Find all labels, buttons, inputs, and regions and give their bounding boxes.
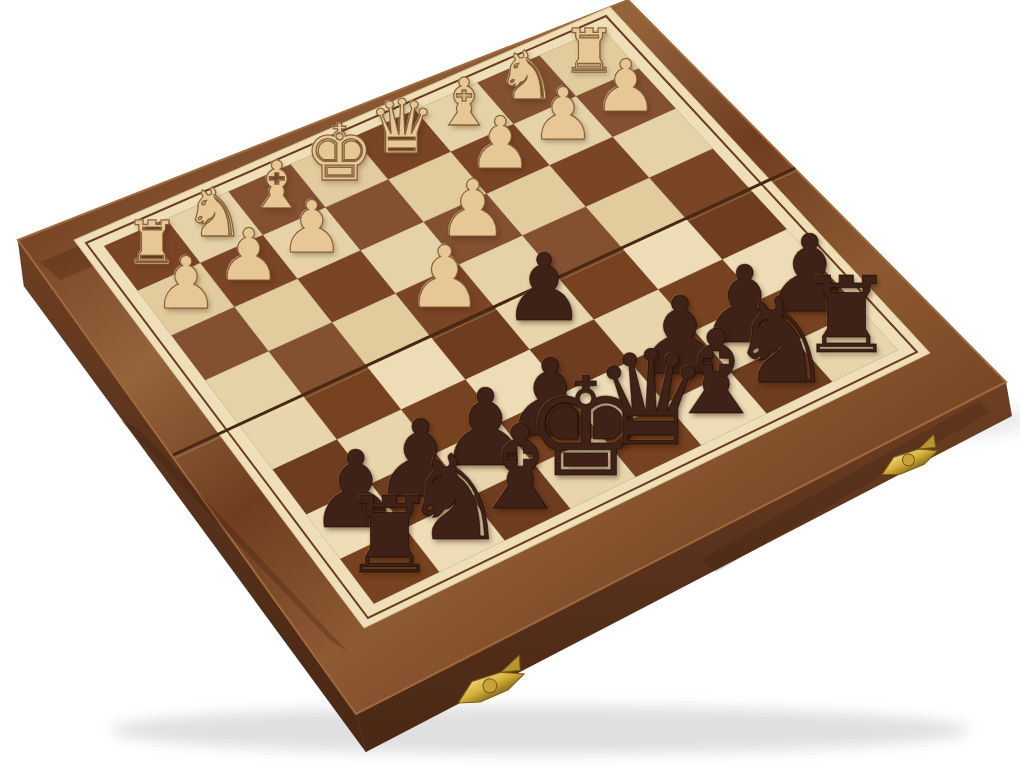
- piece-white-pawn-e4[interactable]: ♟: [402, 235, 488, 321]
- piece-black-pawn-d5[interactable]: ♟: [498, 242, 591, 335]
- piece-black-rook-a8[interactable]: ♜: [794, 263, 899, 368]
- piece-white-pawn-a2[interactable]: ♟: [590, 50, 662, 122]
- piece-white-pawn-f2[interactable]: ♟: [276, 191, 348, 263]
- piece-white-pawn-h2[interactable]: ♟: [150, 247, 222, 319]
- piece-white-pawn-b2[interactable]: ♟: [527, 78, 599, 150]
- piece-white-queen-d1[interactable]: ♛: [364, 90, 439, 165]
- chess-set-photo: ♜♞♝♚♛♝♞♜♟♟♟♟♟♟♟♟♟♟♟♟♟♟♟♟♜♞♝♚♛♝♞♜: [0, 0, 1020, 770]
- ground-shadow: [110, 706, 970, 754]
- piece-white-pawn-g2[interactable]: ♟: [213, 219, 285, 291]
